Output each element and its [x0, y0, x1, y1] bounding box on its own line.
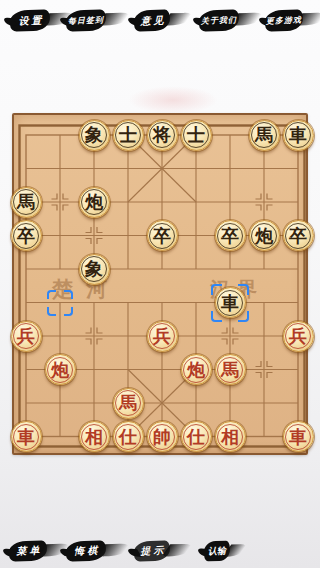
board-grid [14, 115, 310, 457]
piece-label: 象 [85, 260, 103, 278]
piece-red-cannon[interactable]: 炮 [45, 354, 76, 385]
piece-label: 兵 [153, 327, 171, 345]
piece-label: 士 [119, 126, 137, 144]
feedback-button[interactable]: 意见 [134, 9, 171, 31]
piece-red-cannon[interactable]: 炮 [181, 354, 212, 385]
piece-label: 仕 [119, 428, 137, 446]
more-games-button-label: 更多游戏 [266, 14, 302, 26]
piece-label: 将 [153, 126, 171, 144]
piece-label: 兵 [289, 327, 307, 345]
daily-signin-button-label: 每日签到 [68, 14, 104, 26]
piece-red-advisor[interactable]: 仕 [113, 421, 144, 452]
piece-black-advisor[interactable]: 士 [113, 120, 144, 151]
piece-red-elephant[interactable]: 相 [79, 421, 110, 452]
background-smudge [128, 86, 218, 114]
piece-red-soldier[interactable]: 兵 [11, 321, 42, 352]
resign-button-label: 认输 [208, 544, 226, 558]
piece-red-horse[interactable]: 馬 [113, 388, 144, 419]
piece-label: 卒 [221, 227, 239, 245]
xiangqi-app-screen: 设置 每日签到 意见 关于我们 更多游戏 楚河 汉界 象士将士馬車馬炮卒卒卒炮卒… [0, 0, 320, 568]
piece-label: 士 [187, 126, 205, 144]
piece-label: 車 [221, 294, 239, 312]
menu-button[interactable]: 菜单 [9, 540, 48, 561]
piece-black-chariot[interactable]: 車 [283, 120, 314, 151]
piece-label: 炮 [85, 193, 103, 211]
piece-black-elephant[interactable]: 象 [79, 120, 110, 151]
piece-black-cannon[interactable]: 炮 [249, 220, 280, 251]
piece-label: 帥 [153, 428, 171, 446]
hint-button[interactable]: 提示 [134, 540, 171, 561]
piece-red-chariot[interactable]: 車 [11, 421, 42, 452]
xiangqi-board[interactable]: 楚河 汉界 象士将士馬車馬炮卒卒卒炮卒象車兵兵兵炮炮馬馬車相仕帥仕相車 [12, 113, 308, 455]
piece-black-soldier[interactable]: 卒 [11, 220, 42, 251]
piece-red-elephant[interactable]: 相 [215, 421, 246, 452]
piece-label: 馬 [119, 394, 137, 412]
resign-button[interactable]: 认输 [204, 541, 231, 562]
settings-button[interactable]: 设置 [10, 9, 51, 31]
piece-label: 卒 [289, 227, 307, 245]
piece-red-horse[interactable]: 馬 [215, 354, 246, 385]
piece-label: 馬 [17, 193, 35, 211]
piece-label: 卒 [17, 227, 35, 245]
piece-black-horse[interactable]: 馬 [11, 187, 42, 218]
piece-label: 炮 [51, 361, 69, 379]
feedback-button-label: 意见 [137, 13, 166, 28]
piece-black-soldier[interactable]: 卒 [215, 220, 246, 251]
piece-red-soldier[interactable]: 兵 [147, 321, 178, 352]
piece-black-advisor[interactable]: 士 [181, 120, 212, 151]
piece-black-soldier[interactable]: 卒 [147, 220, 178, 251]
about-button[interactable]: 关于我们 [199, 9, 240, 31]
piece-label: 相 [85, 428, 103, 446]
piece-red-advisor[interactable]: 仕 [181, 421, 212, 452]
piece-red-general[interactable]: 帥 [147, 421, 178, 452]
piece-label: 車 [289, 428, 307, 446]
undo-button[interactable]: 悔棋 [66, 540, 107, 561]
piece-label: 卒 [153, 227, 171, 245]
settings-button-label: 设置 [15, 13, 44, 28]
piece-label: 馬 [221, 361, 239, 379]
piece-label: 相 [221, 428, 239, 446]
piece-red-soldier[interactable]: 兵 [283, 321, 314, 352]
piece-label: 車 [17, 428, 35, 446]
piece-label: 馬 [255, 126, 273, 144]
piece-black-cannon[interactable]: 炮 [79, 187, 110, 218]
piece-label: 車 [289, 126, 307, 144]
piece-label: 炮 [255, 227, 273, 245]
piece-black-horse[interactable]: 馬 [249, 120, 280, 151]
hint-button-label: 提示 [137, 543, 166, 558]
piece-black-general[interactable]: 将 [147, 120, 178, 151]
piece-label: 象 [85, 126, 103, 144]
about-button-label: 关于我们 [201, 14, 237, 26]
piece-red-chariot[interactable]: 車 [283, 421, 314, 452]
daily-signin-button[interactable]: 每日签到 [66, 9, 107, 31]
piece-label: 兵 [17, 327, 35, 345]
piece-black-soldier[interactable]: 卒 [283, 220, 314, 251]
piece-label: 炮 [187, 361, 205, 379]
more-games-button[interactable]: 更多游戏 [265, 9, 304, 31]
menu-button-label: 菜单 [13, 543, 42, 558]
piece-label: 仕 [187, 428, 205, 446]
piece-black-elephant[interactable]: 象 [79, 254, 110, 285]
piece-black-chariot[interactable]: 車 [215, 287, 246, 318]
undo-button-label: 悔棋 [71, 543, 100, 558]
